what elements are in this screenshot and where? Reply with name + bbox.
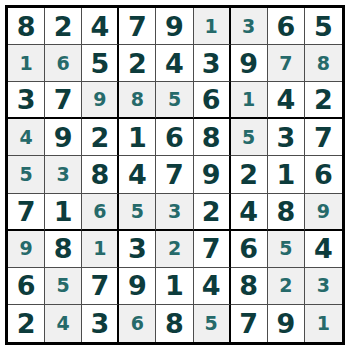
cell-r2c4[interactable]: 2: [119, 45, 156, 82]
cell-r6c5[interactable]: 3: [156, 194, 193, 231]
cell-r4c4[interactable]: 1: [119, 119, 156, 156]
cell-r8c5[interactable]: 1: [156, 268, 193, 305]
cell-r5c5[interactable]: 7: [156, 156, 193, 193]
cell-r1c9[interactable]: 5: [305, 8, 342, 45]
cell-r9c2[interactable]: 4: [45, 305, 82, 342]
cell-r3c8[interactable]: 4: [268, 82, 305, 119]
cell-r1c1[interactable]: 8: [8, 8, 45, 45]
cell-r8c8[interactable]: 2: [268, 268, 305, 305]
cell-r2c5[interactable]: 4: [156, 45, 193, 82]
cell-r5c8[interactable]: 1: [268, 156, 305, 193]
cell-r7c8[interactable]: 5: [268, 231, 305, 268]
cell-r9c5[interactable]: 8: [156, 305, 193, 342]
cell-r4c2[interactable]: 9: [45, 119, 82, 156]
cell-r9c6[interactable]: 5: [194, 305, 231, 342]
cell-r2c3[interactable]: 5: [82, 45, 119, 82]
cell-r6c4[interactable]: 5: [119, 194, 156, 231]
cell-r2c9[interactable]: 8: [305, 45, 342, 82]
cell-r4c6[interactable]: 8: [194, 119, 231, 156]
cell-r4c1[interactable]: 4: [8, 119, 45, 156]
cell-r6c2[interactable]: 1: [45, 194, 82, 231]
cell-r8c7[interactable]: 8: [231, 268, 268, 305]
cell-r8c2[interactable]: 5: [45, 268, 82, 305]
cell-r1c8[interactable]: 6: [268, 8, 305, 45]
cell-r5c7[interactable]: 2: [231, 156, 268, 193]
cell-r8c3[interactable]: 7: [82, 268, 119, 305]
cell-r3c6[interactable]: 6: [194, 82, 231, 119]
sudoku-board: 8247913651652439783798561424921685375384…: [5, 5, 345, 345]
cell-r7c3[interactable]: 1: [82, 231, 119, 268]
cell-r4c7[interactable]: 5: [231, 119, 268, 156]
cell-r7c6[interactable]: 7: [194, 231, 231, 268]
cell-r5c4[interactable]: 4: [119, 156, 156, 193]
cell-r2c7[interactable]: 9: [231, 45, 268, 82]
cell-r9c8[interactable]: 9: [268, 305, 305, 342]
cell-r3c1[interactable]: 3: [8, 82, 45, 119]
cell-r6c7[interactable]: 4: [231, 194, 268, 231]
cell-r3c2[interactable]: 7: [45, 82, 82, 119]
cell-r1c7[interactable]: 3: [231, 8, 268, 45]
cell-r7c1[interactable]: 9: [8, 231, 45, 268]
cell-r3c7[interactable]: 1: [231, 82, 268, 119]
page: 8247913651652439783798561424921685375384…: [0, 0, 350, 350]
cell-r1c2[interactable]: 2: [45, 8, 82, 45]
cell-r5c1[interactable]: 5: [8, 156, 45, 193]
cell-r3c9[interactable]: 2: [305, 82, 342, 119]
cell-r7c9[interactable]: 4: [305, 231, 342, 268]
cell-r9c9[interactable]: 1: [305, 305, 342, 342]
cell-r4c5[interactable]: 6: [156, 119, 193, 156]
cell-r1c6[interactable]: 1: [194, 8, 231, 45]
cell-r5c6[interactable]: 9: [194, 156, 231, 193]
cell-r3c3[interactable]: 9: [82, 82, 119, 119]
cell-r5c9[interactable]: 6: [305, 156, 342, 193]
cell-r6c3[interactable]: 6: [82, 194, 119, 231]
cell-r4c8[interactable]: 3: [268, 119, 305, 156]
cell-r1c4[interactable]: 7: [119, 8, 156, 45]
cell-r3c5[interactable]: 5: [156, 82, 193, 119]
cell-r9c7[interactable]: 7: [231, 305, 268, 342]
cell-r6c1[interactable]: 7: [8, 194, 45, 231]
cell-r6c8[interactable]: 8: [268, 194, 305, 231]
cell-r3c4[interactable]: 8: [119, 82, 156, 119]
cell-r8c4[interactable]: 9: [119, 268, 156, 305]
cell-r1c5[interactable]: 9: [156, 8, 193, 45]
cell-r6c6[interactable]: 2: [194, 194, 231, 231]
cell-r7c4[interactable]: 3: [119, 231, 156, 268]
cell-r7c7[interactable]: 6: [231, 231, 268, 268]
cell-r9c3[interactable]: 3: [82, 305, 119, 342]
cell-r2c6[interactable]: 3: [194, 45, 231, 82]
cell-r8c6[interactable]: 4: [194, 268, 231, 305]
cell-r2c2[interactable]: 6: [45, 45, 82, 82]
cell-r5c2[interactable]: 3: [45, 156, 82, 193]
cell-r6c9[interactable]: 9: [305, 194, 342, 231]
cell-r4c3[interactable]: 2: [82, 119, 119, 156]
cell-r8c1[interactable]: 6: [8, 268, 45, 305]
cell-r9c1[interactable]: 2: [8, 305, 45, 342]
cell-r8c9[interactable]: 3: [305, 268, 342, 305]
cell-r7c2[interactable]: 8: [45, 231, 82, 268]
cell-r5c3[interactable]: 8: [82, 156, 119, 193]
cell-r1c3[interactable]: 4: [82, 8, 119, 45]
cell-r7c5[interactable]: 2: [156, 231, 193, 268]
cell-r4c9[interactable]: 7: [305, 119, 342, 156]
cell-r2c1[interactable]: 1: [8, 45, 45, 82]
cell-r9c4[interactable]: 6: [119, 305, 156, 342]
cell-r2c8[interactable]: 7: [268, 45, 305, 82]
